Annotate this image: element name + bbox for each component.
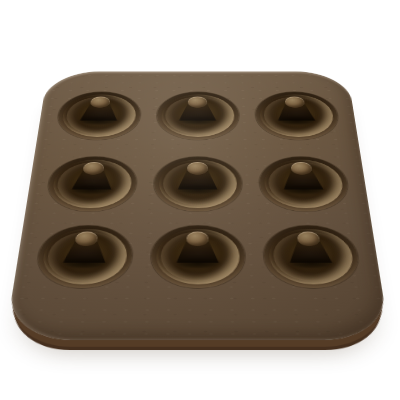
donut-mold-tray <box>4 72 389 341</box>
donut-cavity-r3c1 <box>33 225 133 288</box>
donut-cavity-r1c3 <box>253 92 340 140</box>
center-post-top <box>187 162 208 175</box>
donut-cavity-r2c3 <box>257 157 350 212</box>
donut-cavity-r2c2 <box>152 157 242 212</box>
center-post-top <box>290 162 312 175</box>
donut-cavity-r1c2 <box>155 92 239 140</box>
center-post-top <box>90 96 110 107</box>
donut-cavity-r3c2 <box>149 225 245 288</box>
donut-cavity-r2c1 <box>44 157 137 212</box>
donut-cavity-r1c1 <box>54 92 141 140</box>
center-post-top <box>186 231 208 245</box>
center-post-top <box>74 231 97 245</box>
center-post-top <box>296 231 319 245</box>
center-post-top <box>187 96 206 107</box>
center-post-top <box>284 96 304 107</box>
center-post-top <box>82 162 104 175</box>
product-photo-background <box>0 0 400 400</box>
donut-cavity-r3c3 <box>261 225 361 288</box>
